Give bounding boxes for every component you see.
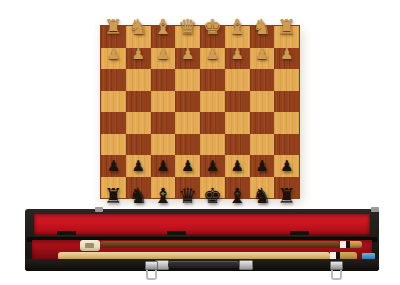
square-r7c6: ♟ [225, 155, 250, 177]
square-r7c3: ♟ [151, 155, 176, 177]
square-r7c7: ♟ [250, 155, 275, 177]
square-r2c5: ♟ [200, 48, 225, 70]
photo-stage: ♜♞♝♛♚♝♞♜♟♟♟♟♟♟♟♟♟♟♟♟♟♟♟♟♜♞♝♛♚♝♞♜ [0, 0, 400, 285]
square-r5c7 [250, 112, 275, 134]
white-pawn-piece: ♟ [181, 47, 194, 62]
black-pawn-piece: ♟ [107, 159, 120, 174]
square-r2c6: ♟ [225, 48, 250, 70]
white-knight-piece: ♞ [252, 17, 271, 38]
white-bishop-piece: ♝ [153, 17, 172, 38]
black-pawn-piece: ♟ [181, 159, 194, 174]
white-pawn-piece: ♟ [206, 47, 219, 62]
square-r4c6 [225, 91, 250, 113]
black-pawn-piece: ♟ [156, 159, 169, 174]
square-r4c5 [200, 91, 225, 113]
square-r3c8 [274, 69, 299, 91]
white-pawn-piece: ♟ [255, 47, 268, 62]
square-r2c8: ♟ [274, 48, 299, 70]
white-rook-piece: ♜ [277, 17, 296, 38]
square-r8c5: ♚ [200, 177, 225, 199]
square-r4c4 [175, 91, 200, 113]
square-r8c6: ♝ [225, 177, 250, 199]
square-r8c1: ♜ [101, 177, 126, 199]
retainer-clip [167, 231, 186, 235]
square-r5c4 [175, 112, 200, 134]
square-r6c5 [200, 134, 225, 156]
square-r7c2: ♟ [126, 155, 151, 177]
latch-plate [145, 261, 158, 270]
white-pawn-piece: ♟ [280, 47, 293, 62]
cue-brass-joint [350, 241, 362, 248]
black-pawn-piece: ♟ [131, 159, 144, 174]
square-r5c8 [274, 112, 299, 134]
square-r8c7: ♞ [250, 177, 275, 199]
latch-plate [330, 261, 343, 270]
white-king-piece: ♚ [203, 17, 222, 38]
square-r5c3 [151, 112, 176, 134]
black-pawn-piece: ♟ [206, 159, 219, 174]
square-r5c5 [200, 112, 225, 134]
square-r7c4: ♟ [175, 155, 200, 177]
square-r4c1 [101, 91, 126, 113]
white-bishop-piece: ♝ [228, 17, 247, 38]
hinge-pin-icon [95, 207, 103, 212]
square-r6c2 [126, 134, 151, 156]
cue-case-lid-lining [34, 214, 370, 236]
square-r2c3: ♟ [151, 48, 176, 70]
white-pawn-piece: ♟ [107, 47, 120, 62]
cue-dark-shaft [100, 241, 340, 248]
cue-butt-cap [80, 240, 100, 251]
square-r4c8 [274, 91, 299, 113]
white-pawn-piece: ♟ [131, 47, 144, 62]
square-r2c7: ♟ [250, 48, 275, 70]
cue-case [25, 209, 379, 271]
chess-board: ♜♞♝♛♚♝♞♜♟♟♟♟♟♟♟♟♟♟♟♟♟♟♟♟♜♞♝♛♚♝♞♜ [101, 26, 299, 198]
retainer-clip [57, 231, 76, 235]
square-r3c3 [151, 69, 176, 91]
black-rook-piece: ♜ [104, 186, 123, 207]
square-r6c3 [151, 134, 176, 156]
black-bishop-piece: ♝ [228, 186, 247, 207]
square-r4c2 [126, 91, 151, 113]
white-pawn-piece: ♟ [156, 47, 169, 62]
latch-left [145, 261, 158, 280]
case-handle [168, 261, 239, 268]
square-r3c2 [126, 69, 151, 91]
square-r3c1 [101, 69, 126, 91]
black-pawn-piece: ♟ [230, 159, 243, 174]
white-knight-piece: ♞ [129, 17, 148, 38]
black-pawn-piece: ♟ [280, 159, 293, 174]
square-r6c1 [101, 134, 126, 156]
black-queen-piece: ♛ [178, 186, 197, 207]
retainer-clip [290, 231, 309, 235]
square-r2c1: ♟ [101, 48, 126, 70]
latch-loop [146, 270, 157, 280]
square-r5c2 [126, 112, 151, 134]
square-r4c7 [250, 91, 275, 113]
square-r8c4: ♛ [175, 177, 200, 199]
black-knight-piece: ♞ [252, 186, 271, 207]
white-queen-piece: ♛ [178, 17, 197, 38]
square-r3c5 [200, 69, 225, 91]
square-r7c5: ♟ [200, 155, 225, 177]
square-r2c4: ♟ [175, 48, 200, 70]
square-r3c7 [250, 69, 275, 91]
black-king-piece: ♚ [203, 186, 222, 207]
maker-label [85, 243, 94, 248]
square-r2c2: ♟ [126, 48, 151, 70]
square-r5c6 [225, 112, 250, 134]
cue-case-base-lining [32, 240, 372, 260]
black-bishop-piece: ♝ [153, 186, 172, 207]
white-rook-piece: ♜ [104, 17, 123, 38]
white-pawn-piece: ♟ [230, 47, 243, 62]
latch-loop [331, 270, 342, 280]
square-r3c6 [225, 69, 250, 91]
hinge-pin-icon [371, 207, 379, 212]
handle-mount-plate [239, 260, 253, 270]
latch-right [330, 261, 343, 280]
square-r5c1 [101, 112, 126, 134]
square-r7c1: ♟ [101, 155, 126, 177]
square-r6c8 [274, 134, 299, 156]
square-r4c3 [151, 91, 176, 113]
square-r3c4 [175, 69, 200, 91]
square-r8c2: ♞ [126, 177, 151, 199]
square-r6c7 [250, 134, 275, 156]
square-r7c8: ♟ [274, 155, 299, 177]
square-r8c8: ♜ [274, 177, 299, 199]
square-r8c3: ♝ [151, 177, 176, 199]
square-r6c6 [225, 134, 250, 156]
square-r6c4 [175, 134, 200, 156]
black-knight-piece: ♞ [129, 186, 148, 207]
black-rook-piece: ♜ [277, 186, 296, 207]
black-pawn-piece: ♟ [255, 159, 268, 174]
